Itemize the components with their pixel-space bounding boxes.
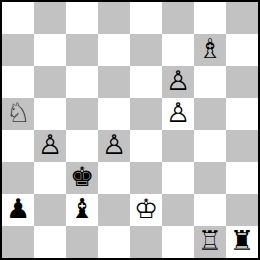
square-e2[interactable]: ♔ [130, 194, 162, 226]
square-a2[interactable]: ♟ [2, 194, 34, 226]
square-d2[interactable] [98, 194, 130, 226]
square-a7[interactable] [2, 34, 34, 66]
square-a5[interactable]: ♘ [2, 98, 34, 130]
chess-board-frame: ♗♙♘♙♙♙♚♟♝♔♖♜ [0, 0, 260, 260]
square-b7[interactable] [34, 34, 66, 66]
square-f3[interactable] [162, 162, 194, 194]
square-b8[interactable] [34, 2, 66, 34]
square-a3[interactable] [2, 162, 34, 194]
square-e3[interactable] [130, 162, 162, 194]
white-rook-icon: ♖ [198, 226, 222, 257]
square-g8[interactable] [194, 2, 226, 34]
square-a4[interactable] [2, 130, 34, 162]
square-c6[interactable] [66, 66, 98, 98]
square-b1[interactable] [34, 226, 66, 258]
square-d8[interactable] [98, 2, 130, 34]
square-d1[interactable] [98, 226, 130, 258]
square-h6[interactable] [226, 66, 258, 98]
square-h1[interactable]: ♜ [226, 226, 258, 258]
white-king-icon: ♔ [134, 194, 158, 225]
square-a1[interactable] [2, 226, 34, 258]
square-h7[interactable] [226, 34, 258, 66]
square-e5[interactable] [130, 98, 162, 130]
square-b4[interactable]: ♙ [34, 130, 66, 162]
square-g4[interactable] [194, 130, 226, 162]
square-d5[interactable] [98, 98, 130, 130]
square-e8[interactable] [130, 2, 162, 34]
square-b5[interactable] [34, 98, 66, 130]
square-c8[interactable] [66, 2, 98, 34]
square-e1[interactable] [130, 226, 162, 258]
square-g3[interactable] [194, 162, 226, 194]
square-b3[interactable] [34, 162, 66, 194]
square-f5[interactable]: ♙ [162, 98, 194, 130]
black-rook-icon: ♜ [230, 226, 254, 257]
square-c1[interactable] [66, 226, 98, 258]
square-a8[interactable] [2, 2, 34, 34]
black-pawn-icon: ♟ [6, 194, 30, 225]
square-f8[interactable] [162, 2, 194, 34]
square-d6[interactable] [98, 66, 130, 98]
white-pawn-icon: ♙ [166, 66, 190, 97]
square-b2[interactable] [34, 194, 66, 226]
square-f6[interactable]: ♙ [162, 66, 194, 98]
square-g6[interactable] [194, 66, 226, 98]
square-f4[interactable] [162, 130, 194, 162]
square-c4[interactable] [66, 130, 98, 162]
white-pawn-icon: ♙ [166, 98, 190, 129]
square-h8[interactable] [226, 2, 258, 34]
square-d4[interactable]: ♙ [98, 130, 130, 162]
square-d7[interactable] [98, 34, 130, 66]
square-c7[interactable] [66, 34, 98, 66]
square-a6[interactable] [2, 66, 34, 98]
square-e4[interactable] [130, 130, 162, 162]
square-b6[interactable] [34, 66, 66, 98]
white-bishop-icon: ♗ [198, 34, 222, 65]
square-g2[interactable] [194, 194, 226, 226]
square-h5[interactable] [226, 98, 258, 130]
black-bishop-icon: ♝ [70, 194, 94, 225]
square-h4[interactable] [226, 130, 258, 162]
black-king-icon: ♚ [70, 162, 94, 193]
square-g5[interactable] [194, 98, 226, 130]
white-knight-icon: ♘ [6, 98, 30, 129]
square-c2[interactable]: ♝ [66, 194, 98, 226]
white-pawn-icon: ♙ [102, 130, 126, 161]
square-f7[interactable] [162, 34, 194, 66]
square-g1[interactable]: ♖ [194, 226, 226, 258]
square-g7[interactable]: ♗ [194, 34, 226, 66]
square-f2[interactable] [162, 194, 194, 226]
square-h2[interactable] [226, 194, 258, 226]
square-h3[interactable] [226, 162, 258, 194]
square-d3[interactable] [98, 162, 130, 194]
square-c5[interactable] [66, 98, 98, 130]
square-f1[interactable] [162, 226, 194, 258]
square-e7[interactable] [130, 34, 162, 66]
square-c3[interactable]: ♚ [66, 162, 98, 194]
square-e6[interactable] [130, 66, 162, 98]
chess-board: ♗♙♘♙♙♙♚♟♝♔♖♜ [2, 2, 258, 258]
white-pawn-icon: ♙ [38, 130, 62, 161]
